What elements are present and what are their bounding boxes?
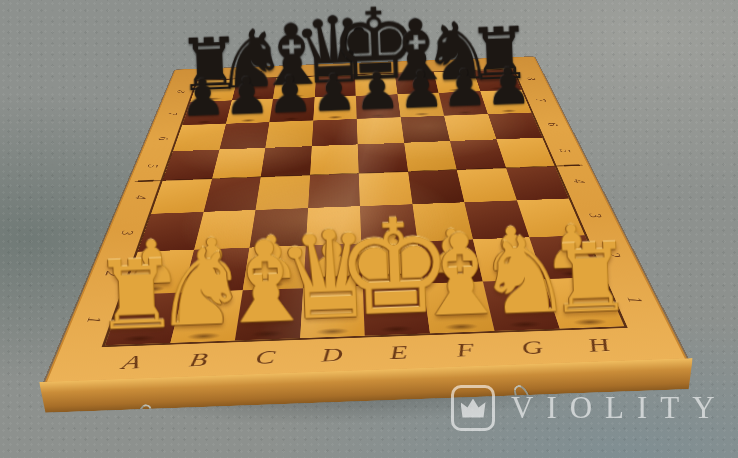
square-b4: [203, 177, 260, 212]
rank-label-right-6: 6: [520, 117, 584, 132]
square-e5: [358, 143, 408, 174]
watermark-text: VIOLITY: [511, 390, 728, 426]
square-g7: ♟: [439, 91, 488, 115]
file-label-bottom-b: B: [161, 341, 235, 380]
square-c7: ♟: [269, 97, 314, 122]
file-label-bottom-d: D: [298, 336, 366, 375]
square-b5: [212, 148, 266, 179]
piece-black-pawn-c7: ♟: [267, 69, 315, 122]
rank-label-right-4: 4: [543, 172, 616, 191]
square-e7: ♟: [356, 94, 401, 119]
file-label-bottom-a: A: [92, 343, 170, 382]
square-a6: [173, 124, 226, 152]
square-c6: [265, 120, 313, 148]
square-a4: [151, 179, 212, 214]
square-b6: [219, 122, 269, 150]
square-d6: [311, 119, 357, 146]
crown-icon: [461, 399, 486, 418]
board-scene: ABCDEFGH8♜♞♝♛♚♝♞♜87♟♟♟♟♟♟♟♟7665544332♟♟♟…: [46, 360, 686, 383]
watermark-logo-box: [451, 385, 495, 431]
piece-black-pawn-h7: ♟: [485, 61, 533, 114]
piece-black-pawn-e7: ♟: [354, 66, 402, 119]
square-d7: ♟: [313, 96, 357, 121]
square-h1: ♜: [543, 277, 624, 328]
square-h4: [506, 166, 569, 200]
piece-black-pawn-b7: ♟: [223, 70, 271, 123]
square-f5: [404, 141, 457, 171]
file-label-bottom-c: C: [229, 338, 300, 377]
file-label-bottom-g: G: [494, 329, 571, 367]
file-label-bottom-h: H: [559, 326, 639, 364]
square-d5: [310, 145, 359, 176]
square-c5: [261, 146, 312, 177]
square-f6: [400, 116, 450, 143]
piece-black-pawn-g7: ♟: [441, 62, 489, 115]
file-label-bottom-e: E: [365, 333, 435, 372]
square-e6: [357, 117, 404, 144]
square-b7: ♟: [226, 99, 273, 124]
piece-black-pawn-d7: ♟: [310, 67, 358, 120]
piece-black-pawn-f7: ♟: [397, 64, 445, 117]
square-a5: [163, 150, 219, 181]
rank-label-right-5: 5: [531, 143, 599, 160]
file-label-bottom-f: F: [430, 331, 503, 369]
square-f7: ♟: [397, 93, 444, 118]
piece-black-pawn-a7: ♟: [179, 72, 227, 125]
piece-white-rook-h1: ♜: [546, 230, 634, 328]
square-h7: ♟: [480, 90, 531, 114]
watermark: VIOLITY: [451, 385, 728, 431]
